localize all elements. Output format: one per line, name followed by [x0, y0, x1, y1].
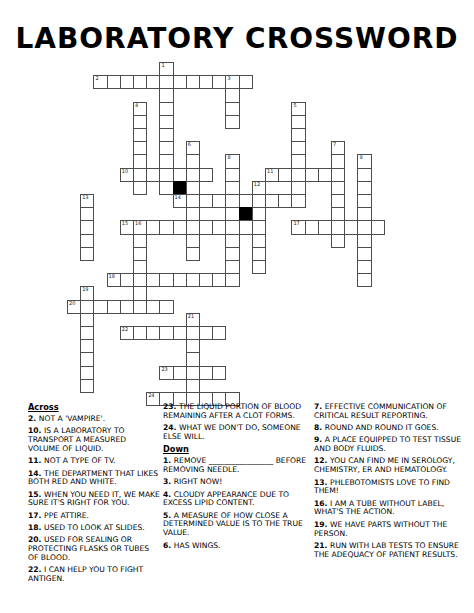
cell-11-20[interactable]: [331, 207, 345, 221]
cell-7-17[interactable]: [291, 154, 305, 168]
cell-5-7[interactable]: [159, 128, 173, 142]
cell-number-22: 22: [122, 327, 128, 332]
cell-4-7[interactable]: [159, 115, 173, 129]
cell-1-4[interactable]: [120, 75, 134, 89]
cell-number-8: 8: [227, 155, 230, 160]
cell-12-18[interactable]: [305, 220, 319, 234]
cell-3-12[interactable]: [225, 102, 239, 116]
cell-16-6[interactable]: [146, 273, 160, 287]
clue-across-18: 18. USED TO LOOK AT SLIDES.: [28, 524, 160, 533]
cell-12-13[interactable]: [239, 220, 253, 234]
cell-17-1[interactable]: 19: [80, 286, 94, 300]
cell-2-12[interactable]: [225, 88, 239, 102]
cell-number-3: 3: [227, 76, 230, 81]
cell-number-19: 19: [82, 287, 88, 292]
clue-number: 12.: [314, 456, 330, 465]
cell-16-9[interactable]: [186, 273, 200, 287]
cell-1-9[interactable]: [186, 75, 200, 89]
cell-number-7: 7: [333, 142, 336, 147]
cell-18-2[interactable]: [93, 300, 107, 314]
cell-23-9[interactable]: [186, 366, 200, 380]
cell-1-12[interactable]: 3: [225, 75, 239, 89]
cell-12-4[interactable]: 15: [120, 220, 134, 234]
page-title: LABORATORY CROSSWORD: [0, 22, 474, 55]
clue-across-10: 10. IS A LABORATORY TO TRANSPORT A MEASU…: [28, 427, 160, 453]
cell-19-9[interactable]: 21: [186, 313, 200, 327]
cell-15-14[interactable]: [252, 260, 266, 274]
cell-6-7[interactable]: [159, 141, 173, 155]
cell-18-1[interactable]: [80, 300, 94, 314]
clue-number: 19.: [314, 520, 330, 529]
clues-header-down: Down: [163, 445, 307, 455]
cell-13-1[interactable]: [80, 234, 94, 248]
clue-number: 22.: [28, 565, 44, 574]
clue-number: 24.: [163, 423, 179, 432]
cell-13-5[interactable]: [133, 234, 147, 248]
cell-12-21[interactable]: [344, 220, 358, 234]
clue-across-24: 24. WHAT WE DON'T DO, SOMEONE ELSE WILL.: [163, 424, 307, 442]
cell-14-1[interactable]: [80, 247, 94, 261]
cell-9-12[interactable]: [225, 181, 239, 195]
cell-number-5: 5: [293, 103, 296, 108]
cell-0-7[interactable]: 1: [159, 62, 173, 76]
cell-20-7[interactable]: [159, 326, 173, 340]
cell-1-8[interactable]: [173, 75, 187, 89]
cell-18-5[interactable]: [133, 300, 147, 314]
cell-7-20[interactable]: [331, 154, 345, 168]
cell-24-1[interactable]: [80, 379, 94, 393]
cell-12-23[interactable]: [371, 220, 385, 234]
cell-number-24: 24: [148, 393, 154, 398]
cell-3-7[interactable]: [159, 102, 173, 116]
cell-12-7[interactable]: [159, 220, 173, 234]
cell-14-12[interactable]: [225, 247, 239, 261]
cell-number-15: 15: [122, 221, 128, 226]
cell-18-7[interactable]: [159, 300, 173, 314]
cell-number-16: 16: [135, 221, 141, 226]
cell-7-9[interactable]: [186, 154, 200, 168]
clue-number: 18.: [28, 523, 44, 532]
cell-14-22[interactable]: [357, 247, 371, 261]
cell-number-23: 23: [161, 367, 167, 372]
black-cell-9-8: [173, 181, 187, 195]
cell-14-9[interactable]: [186, 247, 200, 261]
clue-column-down: 7. EFFECTIVE COMMUNICATION OF CRITICAL R…: [314, 403, 464, 563]
cell-10-15[interactable]: [265, 194, 279, 208]
cell-4-17[interactable]: [291, 115, 305, 129]
cell-18-3[interactable]: [107, 300, 121, 314]
clue-down-21: 21. RUN WITH LAB TESTS TO ENSURE THE ADE…: [314, 542, 464, 560]
cell-13-9[interactable]: [186, 234, 200, 248]
cell-number-14: 14: [175, 195, 181, 200]
cell-1-11[interactable]: [212, 75, 226, 89]
cell-13-20[interactable]: [331, 234, 345, 248]
cell-23-7[interactable]: 23: [159, 366, 173, 380]
cell-12-8[interactable]: [173, 220, 187, 234]
clue-number: 3.: [163, 477, 174, 486]
cell-16-11[interactable]: [212, 273, 226, 287]
clue-number: 4.: [163, 490, 174, 499]
cell-12-10[interactable]: [199, 220, 213, 234]
clue-across-11: 11. NOT A TYPE OF TV.: [28, 457, 160, 466]
cell-10-14[interactable]: [252, 194, 266, 208]
cell-15-22[interactable]: [357, 260, 371, 274]
cell-1-13[interactable]: [239, 75, 253, 89]
cell-21-9[interactable]: [186, 339, 200, 353]
clue-down-8: 8. ROUND AND ROUND IT GOES.: [314, 424, 464, 433]
clue-column-middle: 23. THE LIQUID PORTION OF BLOOD REMAININ…: [163, 403, 307, 554]
cell-9-20[interactable]: [331, 181, 345, 195]
cell-8-9[interactable]: [186, 168, 200, 182]
clue-down-1: 1. REMOVE _________________ BEFORE REMOV…: [163, 457, 307, 475]
cell-6-5[interactable]: [133, 141, 147, 155]
cell-24-9[interactable]: [186, 379, 200, 393]
clue-number: 21.: [314, 541, 330, 550]
cell-9-17[interactable]: [291, 181, 305, 195]
cell-8-16[interactable]: [278, 168, 292, 182]
cell-3-17[interactable]: 5: [291, 102, 305, 116]
clue-number: 8.: [314, 423, 325, 432]
cell-12-6[interactable]: [146, 220, 160, 234]
cell-10-10[interactable]: [199, 194, 213, 208]
cell-14-14[interactable]: [252, 247, 266, 261]
clue-number: 9.: [314, 435, 325, 444]
cell-number-4: 4: [135, 103, 138, 108]
cell-8-8[interactable]: [173, 168, 187, 182]
clue-number: 10.: [28, 426, 44, 435]
cell-6-9[interactable]: 6: [186, 141, 200, 155]
cell-number-6: 6: [188, 142, 191, 147]
cell-7-5[interactable]: [133, 154, 147, 168]
clue-number: 1.: [163, 456, 174, 465]
cell-20-9[interactable]: [186, 326, 200, 340]
cell-10-11[interactable]: [212, 194, 226, 208]
clue-down-16: 16. I AM A TUBE WITHOUT LABEL, WHAT'S TH…: [314, 500, 464, 518]
clue-down-5: 5. A MEASURE OF HOW CLOSE A DETERMINED V…: [163, 512, 307, 538]
cell-9-9[interactable]: [186, 181, 200, 195]
cell-number-18: 18: [109, 274, 115, 279]
cell-4-12[interactable]: [225, 115, 239, 129]
cell-4-5[interactable]: [133, 115, 147, 129]
cell-12-9[interactable]: [186, 220, 200, 234]
clue-across-2: 2. NOT A 'VAMPIRE'.: [28, 415, 160, 424]
cell-20-8[interactable]: [173, 326, 187, 340]
cell-18-4[interactable]: [120, 300, 134, 314]
cell-3-5[interactable]: 4: [133, 102, 147, 116]
cell-12-19[interactable]: [318, 220, 332, 234]
cell-5-5[interactable]: [133, 128, 147, 142]
cell-10-16[interactable]: [278, 194, 292, 208]
cell-10-9[interactable]: [186, 194, 200, 208]
cell-13-22[interactable]: [357, 234, 371, 248]
cell-8-5[interactable]: [133, 168, 147, 182]
cell-12-12[interactable]: [225, 220, 239, 234]
cell-20-4[interactable]: 22: [120, 326, 134, 340]
cell-20-10[interactable]: [199, 326, 213, 340]
cell-16-10[interactable]: [199, 273, 213, 287]
clue-down-3: 3. RIGHT NOW!: [163, 478, 307, 487]
cell-number-13: 13: [82, 195, 88, 200]
cell-18-0[interactable]: 20: [67, 300, 81, 314]
cell-20-5[interactable]: [133, 326, 147, 340]
cell-7-7[interactable]: [159, 154, 173, 168]
cell-16-5[interactable]: [133, 273, 147, 287]
cell-10-22[interactable]: [357, 194, 371, 208]
cell-number-12: 12: [254, 182, 260, 187]
clue-across-17: 17. PPE ATTIRE.: [28, 512, 160, 521]
cell-10-1[interactable]: 13: [80, 194, 94, 208]
cell-23-1[interactable]: [80, 366, 94, 380]
cell-10-20[interactable]: [331, 194, 345, 208]
page: { "game": "crossword", "title": "LABORAT…: [0, 0, 474, 613]
cell-8-4[interactable]: 10: [120, 168, 134, 182]
cell-1-2[interactable]: 2: [93, 75, 107, 89]
cell-8-17[interactable]: [291, 168, 305, 182]
cell-13-12[interactable]: [225, 234, 239, 248]
cell-8-15[interactable]: 11: [265, 168, 279, 182]
cell-16-8[interactable]: [173, 273, 187, 287]
cell-number-1: 1: [161, 63, 164, 68]
cell-20-11[interactable]: [212, 326, 226, 340]
clue-column-across: Across2. NOT A 'VAMPIRE'.10. IS A LABORA…: [28, 403, 160, 587]
cell-1-10[interactable]: [199, 75, 213, 89]
cell-number-11: 11: [267, 169, 273, 174]
cell-11-22[interactable]: [357, 207, 371, 221]
cell-10-12[interactable]: [225, 194, 239, 208]
cell-1-5[interactable]: [133, 75, 147, 89]
cell-1-6[interactable]: [146, 75, 160, 89]
cell-7-12[interactable]: 8: [225, 154, 239, 168]
clue-across-23: 23. THE LIQUID PORTION OF BLOOD REMAININ…: [163, 403, 307, 421]
cell-10-13[interactable]: [239, 194, 253, 208]
cell-5-17[interactable]: [291, 128, 305, 142]
cell-10-8[interactable]: 14: [173, 194, 187, 208]
cell-18-6[interactable]: [146, 300, 160, 314]
clue-down-9: 9. A PLACE EQUIPPED TO TEST TISSUE AND B…: [314, 436, 464, 454]
clue-number: 15.: [28, 490, 44, 499]
cell-9-7[interactable]: [159, 181, 173, 195]
cell-21-1[interactable]: [80, 339, 94, 353]
clue-down-19: 19. WE HAVE PARTS WITHOUT THE PERSON.: [314, 521, 464, 539]
clue-number: 13.: [314, 478, 330, 487]
cell-15-12[interactable]: [225, 260, 239, 274]
cell-8-20[interactable]: [331, 168, 345, 182]
clue-down-7: 7. EFFECTIVE COMMUNICATION OF CRITICAL R…: [314, 403, 464, 421]
clue-number: 17.: [28, 511, 44, 520]
cell-15-5[interactable]: [133, 260, 147, 274]
clue-down-12: 12. YOU CAN FIND ME IN SEROLOGY, CHEMIST…: [314, 457, 464, 475]
cell-number-10: 10: [122, 169, 128, 174]
clue-number: 11.: [28, 456, 44, 465]
black-cell-11-13: [239, 207, 253, 221]
cell-20-1[interactable]: [80, 326, 94, 340]
cell-12-1[interactable]: [80, 220, 94, 234]
cell-13-14[interactable]: [252, 234, 266, 248]
cell-12-17[interactable]: 17: [291, 220, 305, 234]
cell-6-20[interactable]: 7: [331, 141, 345, 155]
cell-2-7[interactable]: [159, 88, 173, 102]
cell-number-21: 21: [188, 314, 194, 319]
clue-down-13: 13. PHLEBOTOMISTS LOVE TO FIND THEM!: [314, 479, 464, 497]
clue-number: 6.: [163, 541, 174, 550]
cell-8-12[interactable]: [225, 168, 239, 182]
clue-number: 14.: [28, 469, 44, 478]
clue-across-22: 22. I CAN HELP YOU TO FIGHT ANTIGEN.: [28, 566, 160, 584]
clue-number: 5.: [163, 511, 174, 520]
cell-8-22[interactable]: [357, 168, 371, 182]
cell-12-22[interactable]: [357, 220, 371, 234]
cell-number-2: 2: [95, 76, 98, 81]
clue-number: 7.: [314, 402, 325, 411]
cell-22-9[interactable]: [186, 352, 200, 366]
cell-11-12[interactable]: [225, 207, 239, 221]
cell-16-22[interactable]: [357, 273, 371, 287]
cell-number-20: 20: [69, 301, 75, 306]
cell-16-7[interactable]: [159, 273, 173, 287]
cell-16-4[interactable]: [120, 273, 134, 287]
clue-number: 23.: [163, 402, 179, 411]
cell-12-11[interactable]: [212, 220, 226, 234]
cell-14-5[interactable]: [133, 247, 147, 261]
cell-6-17[interactable]: [291, 141, 305, 155]
clue-number: 16.: [314, 499, 330, 508]
clue-down-4: 4. CLOUDY APPEARANCE DUE TO EXCESS LIPID…: [163, 491, 307, 509]
cell-8-19[interactable]: [318, 168, 332, 182]
clue-across-15: 15. WHEN YOU NEED IT, WE MAKE SURE IT'S …: [28, 491, 160, 509]
cell-9-14[interactable]: 12: [252, 181, 266, 195]
clue-across-20: 20. USED FOR SEALING OR PROTECTING FLASK…: [28, 536, 160, 562]
cell-7-22[interactable]: 9: [357, 154, 371, 168]
cell-11-1[interactable]: [80, 207, 94, 221]
clues-header-across: Across: [28, 403, 160, 413]
clue-number: 2.: [28, 414, 39, 423]
cell-9-22[interactable]: [357, 181, 371, 195]
cell-1-3[interactable]: [107, 75, 121, 89]
clue-number: 20.: [28, 535, 44, 544]
cell-16-3[interactable]: 18: [107, 273, 121, 287]
cell-8-6[interactable]: [146, 168, 160, 182]
clue-down-6: 6. HAS WINGS.: [163, 542, 307, 551]
cell-17-5[interactable]: [133, 286, 147, 300]
cell-12-20[interactable]: [331, 220, 345, 234]
cell-20-6[interactable]: [146, 326, 160, 340]
cell-8-18[interactable]: [305, 168, 319, 182]
cell-10-17[interactable]: [291, 194, 305, 208]
clue-across-14: 14. THE DEPARTMENT THAT LIKES BOTH RED A…: [28, 470, 160, 488]
cell-12-5[interactable]: 16: [133, 220, 147, 234]
cell-8-7[interactable]: [159, 168, 173, 182]
cell-12-14[interactable]: [252, 220, 266, 234]
cell-8-10[interactable]: [199, 168, 213, 182]
cell-number-9: 9: [359, 155, 362, 160]
cell-11-9[interactable]: [186, 207, 200, 221]
cell-9-5[interactable]: [133, 181, 147, 195]
cell-16-12[interactable]: [225, 273, 239, 287]
cell-19-1[interactable]: [80, 313, 94, 327]
cell-number-17: 17: [293, 221, 299, 226]
cell-11-14[interactable]: [252, 207, 266, 221]
cell-1-7[interactable]: [159, 75, 173, 89]
cell-22-1[interactable]: [80, 352, 94, 366]
cell-23-11[interactable]: [212, 366, 226, 380]
cell-23-10[interactable]: [199, 366, 213, 380]
cell-23-8[interactable]: [173, 366, 187, 380]
